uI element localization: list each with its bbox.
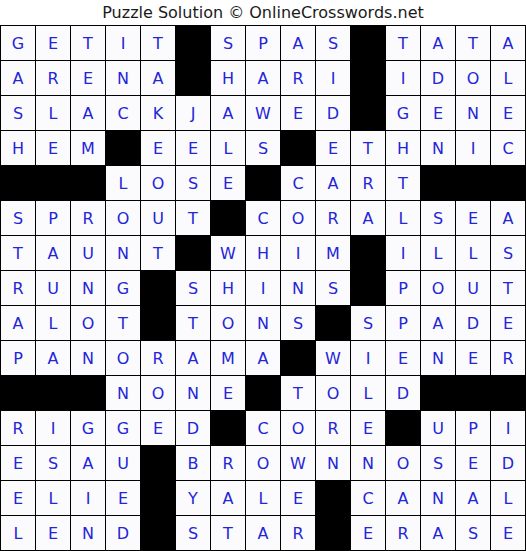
letter-cell-r11c7: E [211, 376, 245, 410]
letter-cell-r8c10: S [316, 271, 350, 305]
letter-cell-r11c10: O [316, 376, 350, 410]
letter-cell-r1c9: A [281, 26, 315, 60]
black-cell-r11c3 [71, 376, 105, 410]
letter-cell-r12c13: U [421, 411, 455, 445]
letter-cell-r2c15: L [491, 61, 525, 95]
letter-cell-r2c8: A [246, 61, 280, 95]
letter-cell-r5c7: E [211, 166, 245, 200]
black-cell-r14c5 [141, 481, 175, 515]
black-cell-r7c11 [351, 236, 385, 270]
letter-cell-r4c10: E [316, 131, 350, 165]
letter-cell-r6c8: C [246, 201, 280, 235]
letter-cell-r7c2: A [36, 236, 70, 270]
letter-cell-r12c9: O [281, 411, 315, 445]
letter-cell-r3c3: A [71, 96, 105, 130]
letter-cell-r10c3: N [71, 341, 105, 375]
black-cell-r9c5 [141, 306, 175, 340]
letter-cell-r15c13: A [421, 516, 455, 550]
letter-cell-r10c6: A [176, 341, 210, 375]
letter-cell-r14c15: L [491, 481, 525, 515]
letter-cell-r8c8: I [246, 271, 280, 305]
letter-cell-r9c4: T [106, 306, 140, 340]
letter-cell-r1c12: T [386, 26, 420, 60]
black-cell-r14c10 [316, 481, 350, 515]
letter-cell-r6c15: A [491, 201, 525, 235]
letter-cell-r6c13: S [421, 201, 455, 235]
letter-cell-r12c8: C [246, 411, 280, 445]
black-cell-r6c7 [211, 201, 245, 235]
letter-cell-r1c13: A [421, 26, 455, 60]
black-cell-r1c11 [351, 26, 385, 60]
letter-cell-r9c7: O [211, 306, 245, 340]
black-cell-r8c11 [351, 271, 385, 305]
letter-cell-r2c5: A [141, 61, 175, 95]
letter-cell-r3c13: E [421, 96, 455, 130]
letter-cell-r9c12: P [386, 306, 420, 340]
letter-cell-r10c2: A [36, 341, 70, 375]
letter-cell-r1c14: T [456, 26, 490, 60]
letter-cell-r15c14: S [456, 516, 490, 550]
black-cell-r3c11 [351, 96, 385, 130]
letter-cell-r4c7: L [211, 131, 245, 165]
letter-cell-r4c14: I [456, 131, 490, 165]
black-cell-r12c12 [386, 411, 420, 445]
black-cell-r5c15 [491, 166, 525, 200]
letter-cell-r8c6: S [176, 271, 210, 305]
letter-cell-r2c1: A [1, 61, 35, 95]
letter-cell-r3c7: A [211, 96, 245, 130]
letter-cell-r5c11: R [351, 166, 385, 200]
black-cell-r13c5 [141, 446, 175, 480]
letter-cell-r12c4: G [106, 411, 140, 445]
black-cell-r5c13 [421, 166, 455, 200]
letter-cell-r4c8: S [246, 131, 280, 165]
letter-cell-r5c5: O [141, 166, 175, 200]
letter-cell-r15c6: S [176, 516, 210, 550]
letter-cell-r15c4: D [106, 516, 140, 550]
page-title: Puzzle Solution © OnlineCrosswords.net [102, 5, 424, 21]
letter-cell-r15c12: R [386, 516, 420, 550]
black-cell-r5c3 [71, 166, 105, 200]
letter-cell-r2c12: I [386, 61, 420, 95]
letter-cell-r7c9: I [281, 236, 315, 270]
title-bar: Puzzle Solution © OnlineCrosswords.net [0, 0, 526, 25]
letter-cell-r10c11: I [351, 341, 385, 375]
letter-cell-r13c10: N [316, 446, 350, 480]
letter-cell-r12c1: R [1, 411, 35, 445]
letter-cell-r7c10: M [316, 236, 350, 270]
letter-cell-r8c9: N [281, 271, 315, 305]
letter-cell-r4c15: C [491, 131, 525, 165]
letter-cell-r15c11: E [351, 516, 385, 550]
letter-cell-r6c9: O [281, 201, 315, 235]
letter-cell-r6c12: L [386, 201, 420, 235]
letter-cell-r15c7: T [211, 516, 245, 550]
letter-cell-r6c10: R [316, 201, 350, 235]
letter-cell-r4c13: N [421, 131, 455, 165]
letter-cell-r12c11: E [351, 411, 385, 445]
letter-cell-r12c2: I [36, 411, 70, 445]
black-cell-r10c9 [281, 341, 315, 375]
letter-cell-r1c8: P [246, 26, 280, 60]
letter-cell-r12c3: G [71, 411, 105, 445]
letter-cell-r6c1: S [1, 201, 35, 235]
letter-cell-r14c11: C [351, 481, 385, 515]
letter-cell-r13c3: A [71, 446, 105, 480]
black-cell-r11c1 [1, 376, 35, 410]
letter-cell-r6c5: U [141, 201, 175, 235]
black-cell-r11c13 [421, 376, 455, 410]
letter-cell-r8c2: U [36, 271, 70, 305]
letter-cell-r2c13: D [421, 61, 455, 95]
letter-cell-r2c4: N [106, 61, 140, 95]
letter-cell-r7c4: N [106, 236, 140, 270]
black-cell-r4c9 [281, 131, 315, 165]
letter-cell-r7c12: I [386, 236, 420, 270]
black-cell-r11c14 [456, 376, 490, 410]
letter-cell-r12c14: P [456, 411, 490, 445]
letter-cell-r11c9: T [281, 376, 315, 410]
letter-cell-r10c10: W [316, 341, 350, 375]
letter-cell-r7c13: L [421, 236, 455, 270]
letter-cell-r8c4: G [106, 271, 140, 305]
letter-cell-r9c1: A [1, 306, 35, 340]
letter-cell-r15c2: E [36, 516, 70, 550]
letter-cell-r6c2: P [36, 201, 70, 235]
letter-cell-r11c5: O [141, 376, 175, 410]
letter-cell-r14c3: I [71, 481, 105, 515]
letter-cell-r3c12: G [386, 96, 420, 130]
black-cell-r1c6 [176, 26, 210, 60]
black-cell-r9c10 [316, 306, 350, 340]
letter-cell-r4c3: M [71, 131, 105, 165]
black-cell-r2c6 [176, 61, 210, 95]
letter-cell-r6c11: A [351, 201, 385, 235]
letter-cell-r1c4: I [106, 26, 140, 60]
letter-cell-r7c14: L [456, 236, 490, 270]
letter-cell-r3c6: J [176, 96, 210, 130]
letter-cell-r10c1: P [1, 341, 35, 375]
letter-cell-r3c9: E [281, 96, 315, 130]
letter-cell-r2c7: H [211, 61, 245, 95]
letter-cell-r2c2: R [36, 61, 70, 95]
letter-cell-r7c15: S [491, 236, 525, 270]
black-cell-r11c15 [491, 376, 525, 410]
letter-cell-r13c9: W [281, 446, 315, 480]
letter-cell-r9c2: L [36, 306, 70, 340]
letter-cell-r2c14: O [456, 61, 490, 95]
letter-cell-r8c15: T [491, 271, 525, 305]
black-cell-r15c10 [316, 516, 350, 550]
black-cell-r7c6 [176, 236, 210, 270]
letter-cell-r8c12: P [386, 271, 420, 305]
letter-cell-r13c4: U [106, 446, 140, 480]
letter-cell-r10c8: A [246, 341, 280, 375]
letter-cell-r9c3: O [71, 306, 105, 340]
letter-cell-r2c9: R [281, 61, 315, 95]
letter-cell-r3c10: D [316, 96, 350, 130]
black-cell-r11c8 [246, 376, 280, 410]
letter-cell-r4c2: E [36, 131, 70, 165]
letter-cell-r10c7: M [211, 341, 245, 375]
black-cell-r2c11 [351, 61, 385, 95]
letter-cell-r2c10: I [316, 61, 350, 95]
letter-cell-r8c7: H [211, 271, 245, 305]
letter-cell-r12c10: R [316, 411, 350, 445]
letter-cell-r10c13: N [421, 341, 455, 375]
letter-cell-r13c15: D [491, 446, 525, 480]
letter-cell-r9c13: A [421, 306, 455, 340]
letter-cell-r7c8: H [246, 236, 280, 270]
letter-cell-r12c15: I [491, 411, 525, 445]
letter-cell-r11c6: N [176, 376, 210, 410]
letter-cell-r10c12: E [386, 341, 420, 375]
puzzle-solution-page: Puzzle Solution © OnlineCrosswords.net G… [0, 0, 526, 551]
letter-cell-r14c8: L [246, 481, 280, 515]
letter-cell-r13c14: E [456, 446, 490, 480]
letter-cell-r6c6: T [176, 201, 210, 235]
black-cell-r5c1 [1, 166, 35, 200]
letter-cell-r3c14: N [456, 96, 490, 130]
black-cell-r5c2 [36, 166, 70, 200]
letter-cell-r8c3: N [71, 271, 105, 305]
letter-cell-r8c14: U [456, 271, 490, 305]
letter-cell-r7c3: U [71, 236, 105, 270]
letter-cell-r10c4: O [106, 341, 140, 375]
letter-cell-r13c12: O [386, 446, 420, 480]
letter-cell-r11c11: L [351, 376, 385, 410]
letter-cell-r11c12: D [386, 376, 420, 410]
letter-cell-r3c1: S [1, 96, 35, 130]
letter-cell-r14c12: A [386, 481, 420, 515]
letter-cell-r9c11: S [351, 306, 385, 340]
black-cell-r11c2 [36, 376, 70, 410]
letter-cell-r5c6: S [176, 166, 210, 200]
letter-cell-r11c4: N [106, 376, 140, 410]
letter-cell-r5c10: A [316, 166, 350, 200]
black-cell-r5c14 [456, 166, 490, 200]
letter-cell-r13c7: R [211, 446, 245, 480]
letter-cell-r12c5: E [141, 411, 175, 445]
letter-cell-r10c14: E [456, 341, 490, 375]
letter-cell-r13c6: B [176, 446, 210, 480]
letter-cell-r15c3: N [71, 516, 105, 550]
black-cell-r8c5 [141, 271, 175, 305]
crossword-grid: GETITSPASTATAARENAHARIIDOLSLACKJAWEDGENE… [0, 25, 526, 551]
letter-cell-r5c4: L [106, 166, 140, 200]
letter-cell-r14c13: N [421, 481, 455, 515]
letter-cell-r7c5: T [141, 236, 175, 270]
letter-cell-r10c15: R [491, 341, 525, 375]
letter-cell-r4c1: H [1, 131, 35, 165]
letter-cell-r9c8: N [246, 306, 280, 340]
letter-cell-r3c8: W [246, 96, 280, 130]
letter-cell-r4c6: E [176, 131, 210, 165]
letter-cell-r9c15: E [491, 306, 525, 340]
letter-cell-r13c8: O [246, 446, 280, 480]
letter-cell-r14c6: Y [176, 481, 210, 515]
black-cell-r4c4 [106, 131, 140, 165]
letter-cell-r14c1: E [1, 481, 35, 515]
black-cell-r12c7 [211, 411, 245, 445]
letter-cell-r14c9: E [281, 481, 315, 515]
letter-cell-r1c10: S [316, 26, 350, 60]
letter-cell-r4c12: H [386, 131, 420, 165]
letter-cell-r3c2: L [36, 96, 70, 130]
letter-cell-r3c4: C [106, 96, 140, 130]
letter-cell-r4c11: T [351, 131, 385, 165]
letter-cell-r15c15: E [491, 516, 525, 550]
letter-cell-r1c3: T [71, 26, 105, 60]
letter-cell-r1c7: S [211, 26, 245, 60]
letter-cell-r13c1: E [1, 446, 35, 480]
letter-cell-r13c13: S [421, 446, 455, 480]
letter-cell-r9c9: S [281, 306, 315, 340]
letter-cell-r8c13: O [421, 271, 455, 305]
letter-cell-r15c8: A [246, 516, 280, 550]
letter-cell-r5c12: T [386, 166, 420, 200]
letter-cell-r14c4: E [106, 481, 140, 515]
letter-cell-r7c7: W [211, 236, 245, 270]
letter-cell-r12c6: D [176, 411, 210, 445]
letter-cell-r8c1: R [1, 271, 35, 305]
letter-cell-r6c3: R [71, 201, 105, 235]
letter-cell-r1c1: G [1, 26, 35, 60]
letter-cell-r10c5: R [141, 341, 175, 375]
letter-cell-r14c2: L [36, 481, 70, 515]
letter-cell-r6c4: O [106, 201, 140, 235]
letter-cell-r15c1: L [1, 516, 35, 550]
letter-cell-r6c14: E [456, 201, 490, 235]
black-cell-r15c5 [141, 516, 175, 550]
letter-cell-r5c9: C [281, 166, 315, 200]
letter-cell-r4c5: E [141, 131, 175, 165]
letter-cell-r1c5: T [141, 26, 175, 60]
letter-cell-r15c9: R [281, 516, 315, 550]
letter-cell-r9c14: D [456, 306, 490, 340]
letter-cell-r3c15: E [491, 96, 525, 130]
letter-cell-r13c11: N [351, 446, 385, 480]
letter-cell-r14c7: A [211, 481, 245, 515]
letter-cell-r7c1: T [1, 236, 35, 270]
letter-cell-r13c2: S [36, 446, 70, 480]
letter-cell-r2c3: E [71, 61, 105, 95]
letter-cell-r14c14: A [456, 481, 490, 515]
letter-cell-r3c5: K [141, 96, 175, 130]
black-cell-r5c8 [246, 166, 280, 200]
letter-cell-r9c6: T [176, 306, 210, 340]
letter-cell-r1c15: A [491, 26, 525, 60]
letter-cell-r1c2: E [36, 26, 70, 60]
